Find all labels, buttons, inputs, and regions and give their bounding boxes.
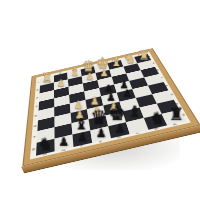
piece-bP[interactable]: ♟ [115,123,126,135]
piece-bN[interactable]: ♞ [38,136,53,153]
square-c7[interactable]: ♝ [123,108,144,123]
piece-bP[interactable]: ♟ [77,132,88,144]
piece-bR[interactable]: ♜ [169,106,184,123]
piece-bQ[interactable]: ♛ [90,108,107,127]
board-margin: HGFEDCBA HGFEDCBA 12345678 12345678 ♜♝♛♚… [30,51,191,159]
piece-wP[interactable]: ♟ [57,79,65,88]
piece-bP[interactable]: ♟ [96,128,107,140]
piece-bB[interactable]: ♝ [74,116,88,132]
piece-wB[interactable]: ♝ [111,55,122,67]
piece-bK[interactable]: ♚ [108,104,125,123]
photo-background: HGFEDCBA HGFEDCBA 12345678 12345678 ♜♝♛♚… [0,0,200,200]
piece-bP[interactable]: ♟ [123,89,132,99]
piece-wR[interactable]: ♜ [41,71,52,83]
piece-bB[interactable]: ♝ [128,103,142,119]
piece-wN[interactable]: ♞ [125,52,136,64]
square-a4[interactable] [144,74,163,85]
piece-bP[interactable]: ♟ [59,136,70,148]
piece-bN[interactable]: ♞ [150,110,165,127]
piece-wP[interactable]: ♟ [86,72,94,81]
piece-wB[interactable]: ♝ [69,65,80,77]
square-h4[interactable] [39,98,55,110]
piece-wP[interactable]: ♟ [100,69,108,78]
piece-wR[interactable]: ♜ [138,49,149,61]
